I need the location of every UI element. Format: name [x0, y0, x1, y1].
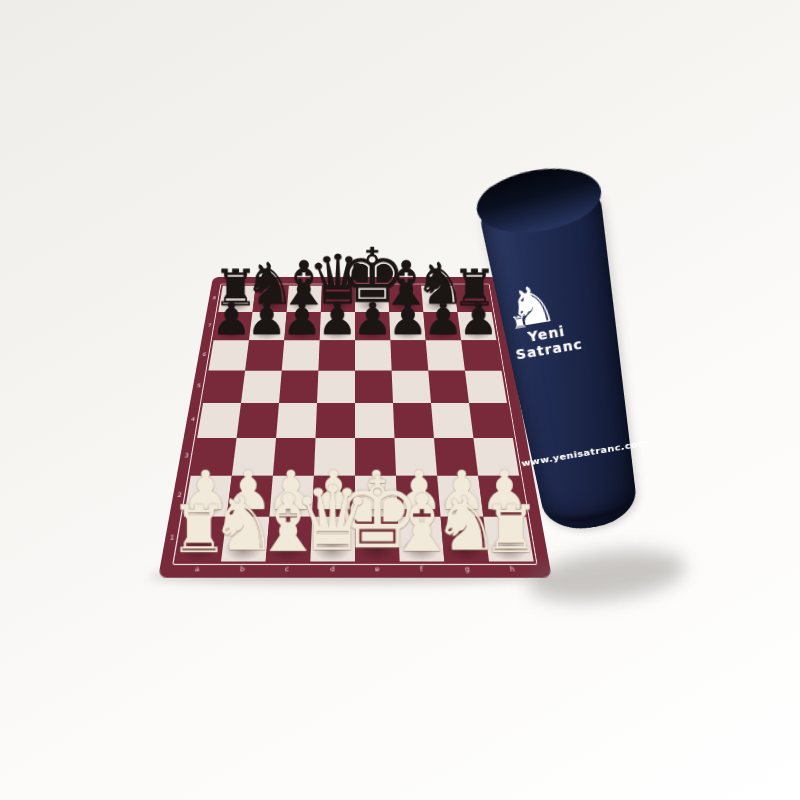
square-b6	[245, 340, 284, 370]
tube-cast-shadow	[526, 543, 689, 610]
square-b5	[241, 371, 282, 403]
file-label-a: a	[195, 565, 200, 572]
piece-black-pawn-a7: ♟	[211, 299, 251, 339]
square-f7: ♟	[389, 312, 426, 340]
square-f4	[393, 403, 434, 438]
square-d4	[316, 403, 355, 438]
square-e4	[355, 403, 394, 438]
piece-white-queen-d1: ♛	[293, 479, 373, 559]
rank-label-7: 7	[207, 323, 211, 327]
square-c5	[279, 371, 318, 403]
square-a5	[203, 371, 245, 403]
website-text: www.yenisatranc.com	[520, 442, 619, 468]
square-a6	[208, 340, 248, 370]
rank-label-5: 5	[197, 383, 202, 388]
tube-opening-rim	[471, 160, 605, 241]
rank-label-8: 8	[212, 296, 216, 300]
piece-black-pawn-e7: ♟	[353, 299, 393, 339]
square-g6	[426, 340, 465, 370]
square-g4	[431, 403, 473, 438]
square-h4	[469, 403, 513, 438]
piece-white-rook-a1: ♜	[170, 500, 229, 559]
file-label-h: h	[510, 565, 516, 572]
square-d7: ♟	[320, 312, 355, 340]
piece-black-pawn-d7: ♟	[317, 299, 357, 339]
square-a4	[197, 403, 241, 438]
square-g5	[428, 371, 469, 403]
file-label-b: b	[240, 565, 245, 572]
piece-black-pawn-b7: ♟	[247, 299, 287, 339]
square-e7: ♟	[355, 312, 390, 340]
piece-white-bishop-f1: ♝	[386, 487, 458, 559]
square-d6	[318, 340, 355, 370]
square-g7: ♟	[423, 312, 461, 340]
piece-black-pawn-c7: ♟	[282, 299, 322, 339]
square-f6	[390, 340, 428, 370]
square-b4	[237, 403, 279, 438]
piece-black-pawn-g7: ♟	[423, 299, 463, 339]
file-label-g: g	[465, 565, 470, 572]
file-label-d: d	[330, 565, 335, 572]
square-a1: ♜	[176, 517, 226, 562]
square-f1: ♝	[398, 517, 445, 562]
square-h1: ♜	[483, 517, 533, 562]
board-squares: ♜♞♝♛♚♝♞♜♟♟♟♟♟♟♟♟♟♟♟♟♟♟♟♟♜♞♝♛♚♝♞♜	[176, 286, 533, 562]
product-photo: ♜♞♝♛♚♝♞♜♟♟♟♟♟♟♟♟♟♟♟♟♟♟♟♟♜♞♝♛♚♝♞♜ abcdefg…	[0, 0, 800, 800]
square-c7: ♟	[284, 312, 321, 340]
square-c4	[276, 403, 317, 438]
file-label-f: f	[420, 565, 423, 572]
square-e6	[355, 340, 392, 370]
square-b7: ♟	[249, 312, 287, 340]
rank-label-4: 4	[191, 417, 196, 423]
square-f5	[392, 371, 431, 403]
square-e5	[355, 371, 393, 403]
square-h5	[465, 371, 507, 403]
piece-black-pawn-h7: ♟	[459, 299, 499, 339]
tube-bottom-fold	[543, 479, 633, 528]
chessboard: ♜♞♝♛♚♝♞♜♟♟♟♟♟♟♟♟♟♟♟♟♟♟♟♟♜♞♝♛♚♝♞♜ abcdefg…	[158, 277, 552, 578]
rank-label-6: 6	[202, 352, 206, 357]
square-d5	[317, 371, 355, 403]
file-label-c: c	[285, 565, 289, 572]
file-label-e: e	[375, 565, 380, 572]
piece-white-rook-h1: ♜	[482, 500, 541, 559]
square-c6	[282, 340, 320, 370]
chessboard-perspective: ♜♞♝♛♚♝♞♜♟♟♟♟♟♟♟♟♟♟♟♟♟♟♟♟♜♞♝♛♚♝♞♜ abcdefg…	[190, 238, 520, 568]
square-d1: ♛	[310, 517, 355, 562]
piece-black-pawn-f7: ♟	[388, 299, 428, 339]
